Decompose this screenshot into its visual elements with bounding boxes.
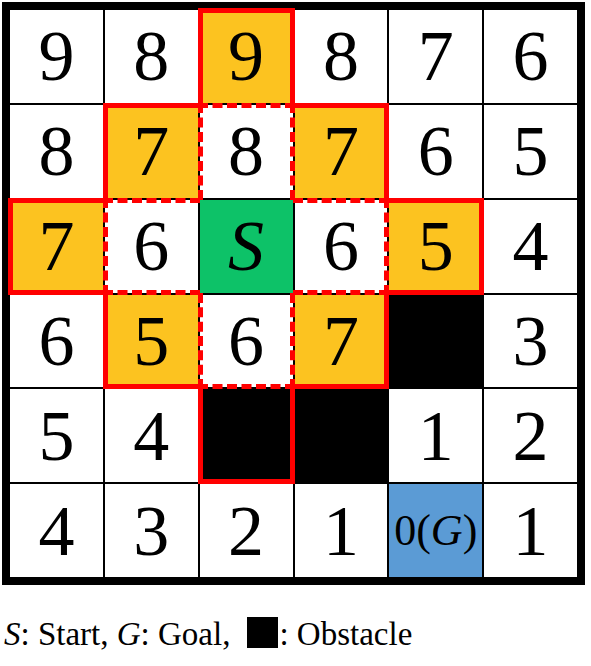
cell-r3c6: 4 [484,200,577,293]
cell-value: 0(G) [394,509,477,553]
cell-value-part: ) [463,506,478,555]
legend-text: S [4,616,21,652]
cell-r5c4-obstacle [295,389,388,482]
cell-value: 4 [513,210,549,282]
cell-r2c2: 7 [105,105,198,198]
cell-r2c1: 8 [10,105,103,198]
cell-r4c3: 6 [200,295,293,388]
red-boundary-overlay [198,387,295,484]
cell-value: 2 [513,400,549,472]
cell-value: 7 [133,115,169,187]
cell-value: 3 [513,305,549,377]
cell-value: 5 [38,400,74,472]
cell-value: 6 [133,210,169,282]
cell-value: 8 [228,115,264,187]
cell-r3c3: S [200,200,293,293]
cell-r4c4: 7 [295,295,388,388]
cell-r5c3-obstacle [200,389,293,482]
cell-value: 8 [323,20,359,92]
cell-value: 7 [38,210,74,282]
cell-value: 6 [323,210,359,282]
cell-value: 5 [418,210,454,282]
board-grid: 98987687876576S65465673541243210(G)1 [2,2,585,585]
legend-text: : Start, [21,616,117,652]
cell-r3c1: 7 [10,200,103,293]
cell-value: 4 [38,495,74,567]
legend-text: : Goal, [141,616,231,652]
cell-r1c2: 8 [105,10,198,103]
cell-value: 6 [228,305,264,377]
cell-value: 1 [418,400,454,472]
cell-value: 7 [418,20,454,92]
cell-value: 1 [323,495,359,567]
cell-value: 8 [38,115,74,187]
cell-r3c4: 6 [295,200,388,293]
cell-r2c5: 6 [389,105,482,198]
cell-value: 5 [513,115,549,187]
cell-r3c2: 6 [105,200,198,293]
cell-r2c4: 7 [295,105,388,198]
cell-r4c1: 6 [10,295,103,388]
distance-map-figure: 98987687876576S65465673541243210(G)1 S: … [0,0,591,666]
legend: S: Start, G: Goal,: Obstacle [4,612,412,656]
legend-text: G [117,616,141,652]
cell-value: 8 [133,20,169,92]
cell-r6c6: 1 [484,484,577,577]
cell-r2c6: 5 [484,105,577,198]
cell-r1c1: 9 [10,10,103,103]
cell-value: 6 [513,20,549,92]
cell-r5c6: 2 [484,389,577,482]
cell-r6c1: 4 [10,484,103,577]
cell-value-part: 0( [394,506,431,555]
legend-text: : Obstacle [279,616,412,652]
cell-value-part: G [431,506,463,555]
cell-r6c2: 3 [105,484,198,577]
cell-value: 3 [133,495,169,567]
cell-value: 5 [133,305,169,377]
cell-value: 9 [228,20,264,92]
cell-value: 6 [418,115,454,187]
cell-r1c3: 9 [200,10,293,103]
cell-value: 1 [513,495,549,567]
cell-r2c3: 8 [200,105,293,198]
cell-value: 9 [38,20,74,92]
cell-r3c5: 5 [389,200,482,293]
cell-r1c4: 8 [295,10,388,103]
cell-r5c5: 1 [389,389,482,482]
cell-value: 4 [133,400,169,472]
cell-r6c3: 2 [200,484,293,577]
cell-value: 2 [228,495,264,567]
cell-value: S [228,210,264,282]
cell-r5c1: 5 [10,389,103,482]
cell-r4c2: 5 [105,295,198,388]
cell-value: 7 [323,305,359,377]
cell-r4c6: 3 [484,295,577,388]
obstacle-square-icon [247,617,278,648]
cell-value: 6 [38,305,74,377]
cell-r6c5: 0(G) [389,484,482,577]
cell-r5c2: 4 [105,389,198,482]
cell-r4c5-obstacle [389,295,482,388]
cell-value: 7 [323,115,359,187]
cell-r1c5: 7 [389,10,482,103]
cell-r6c4: 1 [295,484,388,577]
cell-value-part: S [228,206,264,286]
cell-r1c6: 6 [484,10,577,103]
